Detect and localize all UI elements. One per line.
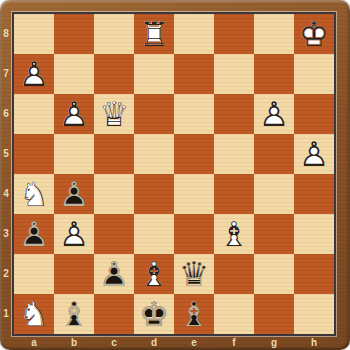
- square-b8[interactable]: [54, 14, 94, 54]
- page: 87654321 abcdefgh ♜♖♚♔♟♙♟♙♛♕♟♙♟♙♞♘♟♙♟♙♟♙…: [0, 0, 350, 350]
- piece-white-bishop-f3[interactable]: ♝♗: [214, 214, 254, 254]
- square-f4[interactable]: [214, 174, 254, 214]
- rank-label-8: 8: [0, 14, 12, 54]
- square-c7[interactable]: [94, 54, 134, 94]
- piece-black-pawn-a3[interactable]: ♟♙: [14, 214, 54, 254]
- queen-glyph-outline: ♕: [174, 254, 214, 294]
- piece-white-pawn-a7[interactable]: ♟♙: [14, 54, 54, 94]
- piece-white-queen-c6[interactable]: ♛♕: [94, 94, 134, 134]
- square-d4[interactable]: [134, 174, 174, 214]
- square-e3[interactable]: [174, 214, 214, 254]
- file-label-g: g: [254, 336, 294, 350]
- square-g4[interactable]: [254, 174, 294, 214]
- piece-black-queen-e2[interactable]: ♛♕: [174, 254, 214, 294]
- square-h3[interactable]: [294, 214, 334, 254]
- square-e2[interactable]: ♛♕: [174, 254, 214, 294]
- queen-glyph-outline: ♕: [94, 94, 134, 134]
- rank-label-2: 2: [0, 254, 12, 294]
- file-label-a: a: [14, 336, 54, 350]
- square-d1[interactable]: ♚♔: [134, 294, 174, 334]
- pawn-glyph-outline: ♙: [294, 134, 334, 174]
- square-f8[interactable]: [214, 14, 254, 54]
- square-d6[interactable]: [134, 94, 174, 134]
- file-label-c: c: [94, 336, 134, 350]
- square-c5[interactable]: [94, 134, 134, 174]
- square-f7[interactable]: [214, 54, 254, 94]
- piece-black-king-d1[interactable]: ♚♔: [134, 294, 174, 334]
- piece-white-pawn-g6[interactable]: ♟♙: [254, 94, 294, 134]
- square-f3[interactable]: ♝♗: [214, 214, 254, 254]
- piece-black-pawn-c2[interactable]: ♟♙: [94, 254, 134, 294]
- rank-label-4: 4: [0, 174, 12, 214]
- bishop-glyph-outline: ♗: [214, 214, 254, 254]
- bishop-glyph-outline: ♗: [134, 254, 174, 294]
- piece-white-pawn-h5[interactable]: ♟♙: [294, 134, 334, 174]
- piece-white-bishop-d2[interactable]: ♝♗: [134, 254, 174, 294]
- square-h6[interactable]: [294, 94, 334, 134]
- square-c4[interactable]: [94, 174, 134, 214]
- file-label-e: e: [174, 336, 214, 350]
- knight-glyph-outline: ♘: [14, 294, 54, 334]
- pawn-glyph-outline: ♙: [254, 94, 294, 134]
- king-glyph-outline: ♔: [134, 294, 174, 334]
- file-label-d: d: [134, 336, 174, 350]
- pawn-glyph-outline: ♙: [14, 54, 54, 94]
- square-h4[interactable]: [294, 174, 334, 214]
- square-e1[interactable]: ♝♗: [174, 294, 214, 334]
- rank-label-6: 6: [0, 94, 12, 134]
- square-h8[interactable]: ♚♔: [294, 14, 334, 54]
- bishop-glyph-outline: ♗: [174, 294, 214, 334]
- square-e4[interactable]: [174, 174, 214, 214]
- square-a3[interactable]: ♟♙: [14, 214, 54, 254]
- square-f1[interactable]: [214, 294, 254, 334]
- square-b7[interactable]: [54, 54, 94, 94]
- rank-label-1: 1: [0, 294, 12, 334]
- piece-black-bishop-e1[interactable]: ♝♗: [174, 294, 214, 334]
- pawn-glyph-outline: ♙: [54, 174, 94, 214]
- square-d2[interactable]: ♝♗: [134, 254, 174, 294]
- square-b2[interactable]: [54, 254, 94, 294]
- chess-board: ♜♖♚♔♟♙♟♙♛♕♟♙♟♙♞♘♟♙♟♙♟♙♝♗♟♙♝♗♛♕♞♘♝♗♚♔♝♗: [12, 12, 336, 336]
- piece-black-pawn-b4[interactable]: ♟♙: [54, 174, 94, 214]
- square-g3[interactable]: [254, 214, 294, 254]
- rook-glyph-outline: ♖: [134, 14, 174, 54]
- square-c8[interactable]: [94, 14, 134, 54]
- square-a2[interactable]: [14, 254, 54, 294]
- king-glyph-outline: ♔: [294, 14, 334, 54]
- square-g2[interactable]: [254, 254, 294, 294]
- square-f2[interactable]: [214, 254, 254, 294]
- square-g5[interactable]: [254, 134, 294, 174]
- square-h2[interactable]: [294, 254, 334, 294]
- square-d8[interactable]: ♜♖: [134, 14, 174, 54]
- square-c6[interactable]: ♛♕: [94, 94, 134, 134]
- piece-white-knight-a4[interactable]: ♞♘: [14, 174, 54, 214]
- pawn-glyph-outline: ♙: [94, 254, 134, 294]
- piece-white-king-h8[interactable]: ♚♔: [294, 14, 334, 54]
- piece-black-bishop-b1[interactable]: ♝♗: [54, 294, 94, 334]
- square-b6[interactable]: ♟♙: [54, 94, 94, 134]
- square-g6[interactable]: ♟♙: [254, 94, 294, 134]
- square-h1[interactable]: [294, 294, 334, 334]
- rank-label-5: 5: [0, 134, 12, 174]
- file-label-h: h: [294, 336, 334, 350]
- square-e7[interactable]: [174, 54, 214, 94]
- piece-white-pawn-b3[interactable]: ♟♙: [54, 214, 94, 254]
- square-d7[interactable]: [134, 54, 174, 94]
- square-a8[interactable]: [14, 14, 54, 54]
- square-h5[interactable]: ♟♙: [294, 134, 334, 174]
- rank-label-3: 3: [0, 214, 12, 254]
- pawn-glyph-outline: ♙: [14, 214, 54, 254]
- square-f5[interactable]: [214, 134, 254, 174]
- square-b1[interactable]: ♝♗: [54, 294, 94, 334]
- rank-labels: 87654321: [0, 14, 12, 334]
- square-g1[interactable]: [254, 294, 294, 334]
- square-a4[interactable]: ♞♘: [14, 174, 54, 214]
- square-e8[interactable]: [174, 14, 214, 54]
- square-b4[interactable]: ♟♙: [54, 174, 94, 214]
- square-d3[interactable]: [134, 214, 174, 254]
- piece-white-rook-d8[interactable]: ♜♖: [134, 14, 174, 54]
- square-c1[interactable]: [94, 294, 134, 334]
- square-f6[interactable]: [214, 94, 254, 134]
- file-label-f: f: [214, 336, 254, 350]
- file-labels: abcdefgh: [14, 336, 334, 350]
- square-b3[interactable]: ♟♙: [54, 214, 94, 254]
- piece-white-pawn-b6[interactable]: ♟♙: [54, 94, 94, 134]
- square-h7[interactable]: [294, 54, 334, 94]
- square-g8[interactable]: [254, 14, 294, 54]
- knight-glyph-outline: ♘: [14, 174, 54, 214]
- square-e6[interactable]: [174, 94, 214, 134]
- file-label-b: b: [54, 336, 94, 350]
- square-a1[interactable]: ♞♘: [14, 294, 54, 334]
- bishop-glyph-outline: ♗: [54, 294, 94, 334]
- square-a6[interactable]: [14, 94, 54, 134]
- pawn-glyph-outline: ♙: [54, 94, 94, 134]
- square-a7[interactable]: ♟♙: [14, 54, 54, 94]
- square-c3[interactable]: [94, 214, 134, 254]
- pawn-glyph-outline: ♙: [54, 214, 94, 254]
- square-a5[interactable]: [14, 134, 54, 174]
- rank-label-7: 7: [0, 54, 12, 94]
- square-b5[interactable]: [54, 134, 94, 174]
- square-d5[interactable]: [134, 134, 174, 174]
- square-c2[interactable]: ♟♙: [94, 254, 134, 294]
- square-g7[interactable]: [254, 54, 294, 94]
- chess-board-frame: 87654321 abcdefgh ♜♖♚♔♟♙♟♙♛♕♟♙♟♙♞♘♟♙♟♙♟♙…: [0, 0, 350, 350]
- square-e5[interactable]: [174, 134, 214, 174]
- piece-white-knight-a1[interactable]: ♞♘: [14, 294, 54, 334]
